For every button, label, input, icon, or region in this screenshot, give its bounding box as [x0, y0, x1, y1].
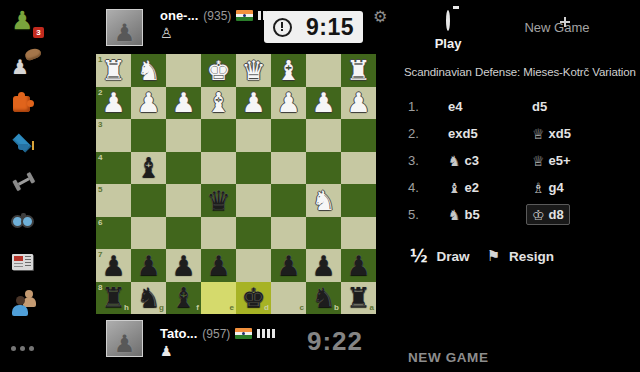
square-g6[interactable]: [131, 217, 166, 250]
rank-label: 5: [98, 186, 102, 194]
move-piece-icon: ♕: [532, 127, 545, 141]
move-number: 5.: [408, 207, 442, 222]
square-a8[interactable]: a♜: [341, 282, 376, 315]
bottom-player-bar: ♟ Tato... (957) ♟ 9:22: [96, 314, 376, 372]
black-p-piece: ♟: [166, 249, 201, 282]
square-h1[interactable]: 1♜: [96, 54, 131, 87]
chess-app-window: ♟ 3 ♟: [0, 0, 640, 372]
square-f8[interactable]: f♝: [166, 282, 201, 315]
move-row: 1.e4d5: [408, 93, 634, 120]
white-b-piece: ♝: [201, 87, 236, 120]
sidebar-item-play-vs[interactable]: ♟: [11, 49, 39, 77]
square-e8[interactable]: e: [201, 282, 236, 315]
square-a6[interactable]: [341, 217, 376, 250]
tab-play[interactable]: Play: [418, 12, 478, 51]
square-d8[interactable]: d♚: [236, 282, 271, 315]
top-player-time: 9:15: [306, 14, 354, 41]
square-f4[interactable]: [166, 152, 201, 185]
square-g1[interactable]: ♞: [131, 54, 166, 87]
white-p-piece: ♟: [271, 87, 306, 120]
black-p-piece: ♟: [341, 249, 376, 282]
white-move[interactable]: ♞b5: [442, 204, 486, 225]
square-g4[interactable]: ♝: [131, 152, 166, 185]
square-g5[interactable]: [131, 184, 166, 217]
bottom-player-info: Tato... (957): [160, 326, 275, 341]
sidebar: ♟ 3 ♟: [0, 0, 96, 372]
square-e5[interactable]: ♛: [201, 184, 236, 217]
binoculars-icon: [11, 215, 37, 229]
black-move[interactable]: ♗g4: [526, 177, 570, 198]
square-c1[interactable]: ♝: [271, 54, 306, 87]
square-c7[interactable]: ♟: [271, 249, 306, 282]
white-r-piece: ♜: [341, 54, 376, 87]
white-n-piece: ♞: [306, 184, 341, 217]
connection-bars-icon: [257, 329, 275, 338]
notification-badge: 3: [33, 27, 44, 38]
file-label: b: [334, 304, 339, 312]
move-text: g4: [549, 180, 564, 195]
file-label: f: [196, 304, 199, 312]
top-player-info: one-... (935): [160, 8, 276, 23]
square-b4[interactable]: [306, 152, 341, 185]
move-number: 3.: [408, 153, 442, 168]
square-b3[interactable]: [306, 119, 341, 152]
gear-icon[interactable]: ⚙: [373, 9, 387, 25]
square-g7[interactable]: ♟: [131, 249, 166, 282]
square-d2[interactable]: ♟: [236, 87, 271, 120]
tab-play-label: Play: [418, 36, 478, 51]
square-b5[interactable]: ♞: [306, 184, 341, 217]
move-row: 4.♝e2♗g4: [408, 174, 634, 201]
square-a1[interactable]: ♜: [341, 54, 376, 87]
white-p-piece: ♟: [166, 87, 201, 120]
square-d3[interactable]: [236, 119, 271, 152]
move-row: 3.♞c3♕e5+: [408, 147, 634, 174]
black-p-piece: ♟: [131, 249, 166, 282]
black-move[interactable]: ♕e5+: [526, 150, 577, 171]
move-piece-icon: ♔: [532, 208, 545, 222]
white-k-piece: ♚: [201, 54, 236, 87]
white-p-piece: ♟: [236, 87, 271, 120]
square-g3[interactable]: [131, 119, 166, 152]
puzzle-icon: [13, 96, 30, 112]
newspaper-icon: [12, 254, 33, 270]
move-piece-icon: ♞: [448, 208, 461, 222]
ellipsis-icon: [11, 346, 34, 351]
clock-icon: [273, 18, 292, 37]
draw-button[interactable]: Draw: [437, 249, 470, 264]
top-player-avatar[interactable]: ♟: [106, 9, 143, 46]
move-text: d5: [532, 99, 547, 114]
move-piece-icon: ♗: [532, 181, 545, 195]
file-label: d: [264, 304, 269, 312]
white-move[interactable]: exd5: [442, 123, 484, 144]
black-move[interactable]: d5: [526, 96, 553, 117]
bottom-player-name[interactable]: Tato...: [160, 326, 197, 341]
square-b1[interactable]: [306, 54, 341, 87]
sidebar-item-watch[interactable]: [11, 211, 39, 239]
move-text: e2: [465, 180, 479, 195]
square-e4[interactable]: [201, 152, 236, 185]
white-n-piece: ♞: [131, 54, 166, 87]
move-number: 2.: [408, 126, 442, 141]
move-piece-icon: ♕: [532, 154, 545, 168]
square-h3[interactable]: 3: [96, 119, 131, 152]
square-e2[interactable]: ♝: [201, 87, 236, 120]
square-h8[interactable]: 8h♜: [96, 282, 131, 315]
move-row: 5.♞b5♔d8: [408, 201, 634, 228]
square-d5[interactable]: [236, 184, 271, 217]
black-p-piece: ♟: [271, 249, 306, 282]
square-h7[interactable]: 7♟: [96, 249, 131, 282]
rank-label: 4: [98, 154, 102, 162]
white-p-piece: ♟: [341, 87, 376, 120]
bottom-player-color-icon: ♟: [160, 344, 173, 358]
square-a5[interactable]: [341, 184, 376, 217]
move-text: b5: [465, 207, 480, 222]
bottom-player-avatar[interactable]: ♟: [106, 320, 143, 357]
file-label: g: [159, 304, 164, 312]
black-p-piece: ♟: [306, 249, 341, 282]
move-piece-icon: ♝: [448, 181, 461, 195]
square-h6[interactable]: 6: [96, 217, 131, 250]
move-text: e4: [448, 99, 462, 114]
square-b7[interactable]: ♟: [306, 249, 341, 282]
top-player-bar: ♟ one-... (935) ♙ 9:15: [96, 0, 376, 54]
square-a3[interactable]: [341, 119, 376, 152]
tab-new-game[interactable]: New Game: [512, 14, 602, 35]
resign-flag-icon: ⚑: [487, 247, 500, 265]
square-h5[interactable]: 5: [96, 184, 131, 217]
file-label: h: [124, 304, 129, 312]
graduation-cap-icon: [11, 134, 35, 152]
black-b-piece: ♝: [131, 152, 166, 185]
top-player-color-icon: ♙: [160, 26, 173, 40]
square-c4[interactable]: [271, 152, 306, 185]
move-piece-icon: ♞: [448, 154, 461, 168]
move-list: 1.e4d52.exd5♕xd53.♞c3♕e5+4.♝e2♗g45.♞b5♔d…: [408, 93, 634, 228]
rank-label: 1: [98, 56, 102, 64]
white-move[interactable]: e4: [442, 96, 468, 117]
square-e6[interactable]: [201, 217, 236, 250]
bottom-player-rating: (957): [202, 327, 230, 341]
square-e3[interactable]: [201, 119, 236, 152]
move-row: 2.exd5♕xd5: [408, 120, 634, 147]
rank-label: 6: [98, 219, 102, 227]
white-b-piece: ♝: [271, 54, 306, 87]
avatar-pawn-icon: ♟: [114, 21, 136, 45]
square-f3[interactable]: [166, 119, 201, 152]
tab-new-game-label: New Game: [512, 20, 602, 35]
square-d4[interactable]: [236, 152, 271, 185]
right-panel: Play New Game Scandinavian Defense: Mies…: [396, 0, 640, 372]
rank-label: 2: [98, 89, 102, 97]
move-text: exd5: [448, 126, 478, 141]
black-p-piece: ♟: [201, 249, 236, 282]
rank-label: 3: [98, 121, 102, 129]
bottom-player-time: 9:22: [307, 326, 363, 357]
square-c8[interactable]: c: [271, 282, 306, 315]
opening-title: Scandinavian Defense: Mieses-Kotrč Varia…: [404, 66, 638, 78]
hand-icon: [24, 47, 42, 62]
india-flag-icon: [235, 328, 252, 339]
square-b6[interactable]: [306, 217, 341, 250]
square-f1[interactable]: [166, 54, 201, 87]
people-icon: [12, 290, 36, 316]
white-move[interactable]: ♝e2: [442, 177, 485, 198]
black-move[interactable]: ♕xd5: [526, 123, 577, 144]
square-c6[interactable]: [271, 217, 306, 250]
top-player-clock: 9:15: [264, 11, 363, 43]
square-h4[interactable]: 4: [96, 152, 131, 185]
sidebar-item-social[interactable]: [11, 290, 39, 318]
move-number: 4.: [408, 180, 442, 195]
square-b8[interactable]: b♞: [306, 282, 341, 315]
move-text: d8: [549, 207, 564, 222]
square-f5[interactable]: [166, 184, 201, 217]
square-d6[interactable]: [236, 217, 271, 250]
new-game-footer-button[interactable]: NEW GAME: [408, 350, 489, 365]
half-point-icon: ½: [410, 246, 428, 266]
square-e7[interactable]: ♟: [201, 249, 236, 282]
game-actions: ½ Draw ⚑ Resign: [410, 246, 554, 266]
rank-label: 7: [98, 251, 102, 259]
move-number: 1.: [408, 99, 442, 114]
square-f6[interactable]: [166, 217, 201, 250]
square-d7[interactable]: [236, 249, 271, 282]
square-f7[interactable]: ♟: [166, 249, 201, 282]
white-p-piece: ♟: [306, 87, 341, 120]
resign-button[interactable]: Resign: [509, 249, 554, 264]
sidebar-item-practice[interactable]: [11, 169, 39, 197]
white-move[interactable]: ♞c3: [442, 150, 485, 171]
white-p-piece: ♟: [131, 87, 166, 120]
square-a4[interactable]: [341, 152, 376, 185]
square-c5[interactable]: [271, 184, 306, 217]
move-text: xd5: [549, 126, 571, 141]
avatar-pawn-icon: ♟: [114, 332, 136, 356]
move-text: e5+: [549, 153, 571, 168]
rank-label: 8: [98, 284, 102, 292]
chess-board: 1♜♞♚♛♝♜2♟♟♟♝♟♟♟♟34♝5♛♞67♟♟♟♟♟♟♟8h♜g♞f♝ed…: [96, 54, 376, 314]
file-label: e: [230, 304, 234, 312]
sidebar-item-play[interactable]: ♟ 3: [11, 8, 39, 36]
square-c2[interactable]: ♟: [271, 87, 306, 120]
square-a7[interactable]: ♟: [341, 249, 376, 282]
sidebar-item-puzzles[interactable]: [11, 91, 39, 119]
move-text: c3: [465, 153, 479, 168]
square-e1[interactable]: ♚: [201, 54, 236, 87]
file-label: c: [300, 304, 304, 312]
sidebar-item-news[interactable]: [11, 251, 39, 279]
black-q-piece: ♛: [201, 184, 236, 217]
black-move[interactable]: ♔d8: [526, 204, 570, 225]
square-b2[interactable]: ♟: [306, 87, 341, 120]
file-label: a: [370, 304, 374, 312]
square-g8[interactable]: g♞: [131, 282, 166, 315]
square-h2[interactable]: 2♟: [96, 87, 131, 120]
square-f2[interactable]: ♟: [166, 87, 201, 120]
top-player-name[interactable]: one-...: [160, 8, 198, 23]
square-a2[interactable]: ♟: [341, 87, 376, 120]
white-q-piece: ♛: [236, 54, 271, 87]
dumbbell-icon: [9, 168, 40, 197]
india-flag-icon: [236, 10, 253, 21]
top-player-rating: (935): [203, 9, 231, 23]
square-d1[interactable]: ♛: [236, 54, 271, 87]
square-g2[interactable]: ♟: [131, 87, 166, 120]
sidebar-item-learn[interactable]: [11, 132, 39, 160]
stopwatch-icon: [446, 10, 450, 31]
sidebar-item-more[interactable]: [11, 338, 39, 366]
square-c3[interactable]: [271, 119, 306, 152]
